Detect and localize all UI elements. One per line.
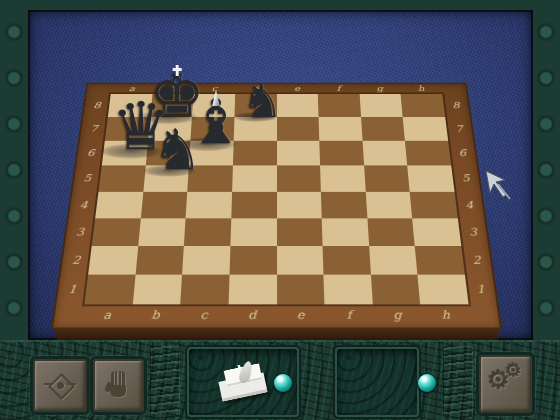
square-c3[interactable] <box>184 218 231 246</box>
square-e8[interactable] <box>277 94 319 117</box>
square-a3[interactable] <box>92 218 141 246</box>
coordinate-label: c <box>179 304 228 327</box>
hand-button[interactable] <box>93 359 144 412</box>
coordinate-label: 3 <box>458 218 488 246</box>
square-f3[interactable] <box>322 218 369 246</box>
frame-ornament-right <box>533 12 559 338</box>
arrow-cursor-icon <box>483 168 513 208</box>
coordinate-label: 3 <box>65 218 95 246</box>
square-e3[interactable] <box>277 218 323 246</box>
square-e4[interactable] <box>277 191 322 218</box>
coordinate-label: d <box>228 304 277 327</box>
coordinate-label: 5 <box>451 166 480 192</box>
king-cross-finial <box>176 65 179 76</box>
hand-icon <box>108 371 128 399</box>
coordinate-label: 6 <box>448 141 477 166</box>
square-h5[interactable] <box>408 166 455 192</box>
square-e7[interactable] <box>277 117 320 141</box>
square-e5[interactable] <box>277 166 321 192</box>
scene-viewport: abcdefgh abcdefgh 87654321 87654321 ♚♞♛♝… <box>28 10 533 340</box>
square-a4[interactable] <box>95 191 143 218</box>
coordinate-label: e <box>277 304 326 327</box>
teal-orb-icon[interactable] <box>274 374 292 392</box>
coordinate-label: 1 <box>56 274 88 304</box>
carved-divider <box>443 346 473 418</box>
square-f7[interactable] <box>319 117 363 141</box>
square-a2[interactable] <box>88 246 138 275</box>
gear-icon: ⚙ <box>505 359 522 381</box>
coordinate-label: 7 <box>445 117 473 141</box>
coordinate-label: 4 <box>69 191 99 218</box>
eye-icon <box>44 374 76 396</box>
square-e6[interactable] <box>277 141 321 166</box>
coordinate-label: 1 <box>465 274 497 304</box>
inventory-bar: ⚙ ⚙ <box>0 340 560 420</box>
square-h7[interactable] <box>403 117 448 141</box>
coordinate-label: b <box>130 304 180 327</box>
square-d3[interactable] <box>230 218 276 246</box>
square-g3[interactable] <box>367 218 415 246</box>
square-a5[interactable] <box>99 166 146 192</box>
coordinate-label: 7 <box>80 117 108 141</box>
coordinate-label: 8 <box>442 94 469 117</box>
square-g8[interactable] <box>359 94 403 117</box>
coordinate-label: a <box>82 304 133 327</box>
square-b1[interactable] <box>132 274 182 304</box>
square-f2[interactable] <box>323 246 371 275</box>
coordinate-label: h <box>400 84 442 94</box>
square-e2[interactable] <box>277 246 324 275</box>
coordinate-label: 2 <box>461 246 492 275</box>
square-g5[interactable] <box>364 166 410 192</box>
square-h2[interactable] <box>415 246 465 275</box>
square-b3[interactable] <box>138 218 186 246</box>
teal-orb-icon[interactable] <box>418 374 436 392</box>
square-g1[interactable] <box>371 274 421 304</box>
square-b4[interactable] <box>141 191 188 218</box>
square-c4[interactable] <box>186 191 232 218</box>
coordinate-label: h <box>421 304 472 327</box>
square-g7[interactable] <box>361 117 405 141</box>
square-g2[interactable] <box>369 246 418 275</box>
file-labels-bottom: abcdefgh <box>82 304 472 327</box>
square-d1[interactable] <box>228 274 276 304</box>
black-knight-b6[interactable]: ♞ <box>152 122 202 178</box>
square-d2[interactable] <box>229 246 276 275</box>
coordinate-label: 8 <box>83 94 110 117</box>
square-f8[interactable] <box>318 94 361 117</box>
square-d5[interactable] <box>232 166 276 192</box>
bishop-silver-tip <box>211 90 221 106</box>
coordinate-label: 2 <box>61 246 92 275</box>
gears-button[interactable]: ⚙ ⚙ <box>479 355 532 413</box>
square-c2[interactable] <box>182 246 230 275</box>
square-g6[interactable] <box>362 141 407 166</box>
coordinate-label: 5 <box>73 166 102 192</box>
frame-ornament-left <box>1 12 27 338</box>
square-g4[interactable] <box>365 191 412 218</box>
square-f6[interactable] <box>319 141 363 166</box>
board-edge-face <box>54 327 500 340</box>
square-h4[interactable] <box>410 191 458 218</box>
square-h3[interactable] <box>412 218 461 246</box>
coordinate-label: f <box>318 84 360 94</box>
inventory-slot-empty[interactable] <box>337 349 417 415</box>
black-knight-d8[interactable]: ♞ <box>241 78 282 124</box>
coordinate-label: e <box>277 84 318 94</box>
square-h1[interactable] <box>418 274 469 304</box>
square-f4[interactable] <box>321 191 367 218</box>
folded-paper-item-icon <box>217 360 269 404</box>
coordinate-label: 4 <box>454 191 484 218</box>
eye-button[interactable] <box>33 359 87 412</box>
square-a1[interactable] <box>84 274 135 304</box>
square-b2[interactable] <box>135 246 184 275</box>
coordinate-label: g <box>359 84 401 94</box>
square-f5[interactable] <box>320 166 365 192</box>
game-window: abcdefgh abcdefgh 87654321 87654321 ♚♞♛♝… <box>0 0 560 420</box>
coordinate-label: g <box>373 304 423 327</box>
square-f1[interactable] <box>324 274 373 304</box>
square-h8[interactable] <box>401 94 445 117</box>
coordinate-label: f <box>325 304 374 327</box>
carved-divider <box>150 346 180 418</box>
square-d4[interactable] <box>231 191 276 218</box>
square-e1[interactable] <box>277 274 325 304</box>
square-h6[interactable] <box>405 141 451 166</box>
square-c1[interactable] <box>180 274 229 304</box>
